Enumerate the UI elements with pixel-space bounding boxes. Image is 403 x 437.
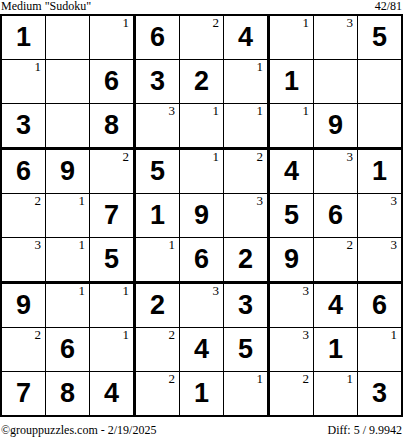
given-digit: 5 (238, 336, 253, 363)
cell-r1c1[interactable]: 1 (2, 16, 46, 60)
given-digit: 4 (104, 380, 119, 407)
cell-r2c7[interactable]: 1 (270, 60, 314, 104)
cell-r6c1[interactable]: 3 (2, 238, 46, 284)
cell-r5c4[interactable]: 1 (136, 194, 180, 238)
corner-mark: 1 (79, 194, 86, 208)
cell-r6c4[interactable]: 1 (136, 238, 180, 284)
corner-mark: 2 (213, 16, 220, 30)
cell-r3c2[interactable] (46, 104, 90, 150)
given-digit: 8 (104, 112, 119, 139)
cell-r4c6[interactable]: 2 (224, 150, 270, 194)
corner-mark: 1 (79, 238, 86, 252)
given-digit: 3 (372, 380, 387, 407)
cell-r9c9[interactable]: 3 (358, 372, 401, 415)
cell-r2c8[interactable] (314, 60, 358, 104)
corner-mark: 3 (213, 284, 220, 298)
cell-r9c3[interactable]: 4 (90, 372, 136, 415)
corner-mark: 1 (123, 284, 130, 298)
cell-r4c2[interactable]: 9 (46, 150, 90, 194)
corner-mark: 2 (169, 372, 176, 386)
sudoku-board: 1162413516321138311196925124312171935633… (0, 14, 403, 417)
cell-r5c6[interactable]: 3 (224, 194, 270, 238)
given-digit: 6 (328, 202, 343, 229)
cell-r8c7[interactable]: 3 (270, 328, 314, 372)
cell-r6c3[interactable]: 5 (90, 238, 136, 284)
given-digit: 3 (238, 292, 253, 319)
corner-mark: 3 (303, 284, 310, 298)
cell-r9c5[interactable]: 1 (180, 372, 224, 415)
cell-r4c5[interactable]: 1 (180, 150, 224, 194)
given-digit: 1 (328, 336, 343, 363)
cell-r5c9[interactable]: 3 (358, 194, 401, 238)
given-digit: 9 (16, 292, 31, 319)
corner-mark: 1 (123, 328, 130, 342)
given-digit: 1 (372, 158, 387, 185)
corner-mark: 3 (347, 16, 354, 30)
cell-r2c6[interactable]: 1 (224, 60, 270, 104)
given-digit: 3 (150, 68, 165, 95)
cell-r2c9[interactable] (358, 60, 401, 104)
cell-r5c2[interactable]: 1 (46, 194, 90, 238)
given-digit: 3 (16, 112, 31, 139)
cell-r1c8[interactable]: 3 (314, 16, 358, 60)
cell-r9c6[interactable]: 1 (224, 372, 270, 415)
corner-mark: 3 (303, 328, 310, 342)
corner-mark: 1 (79, 284, 86, 298)
cell-r8c6[interactable]: 5 (224, 328, 270, 372)
cell-r1c5[interactable]: 2 (180, 16, 224, 60)
given-digit: 9 (284, 246, 299, 273)
given-digit: 9 (60, 158, 75, 185)
corner-mark: 3 (391, 238, 398, 252)
corner-mark: 1 (347, 372, 354, 386)
difficulty-text: Diff: 5 / 9.9942 (328, 423, 402, 437)
corner-mark: 2 (123, 150, 130, 164)
cell-r1c4[interactable]: 6 (136, 16, 180, 60)
cell-r1c7[interactable]: 1 (270, 16, 314, 60)
given-digit: 9 (328, 112, 343, 139)
corner-mark: 2 (303, 372, 310, 386)
cell-r6c9[interactable]: 3 (358, 238, 401, 284)
given-digit: 5 (284, 202, 299, 229)
corner-mark: 1 (213, 104, 220, 118)
corner-mark: 1 (257, 104, 264, 118)
cell-r7c7[interactable]: 3 (270, 284, 314, 328)
given-digit: 6 (372, 292, 387, 319)
corner-mark: 3 (347, 150, 354, 164)
corner-mark: 1 (169, 238, 176, 252)
given-digit: 4 (284, 158, 299, 185)
cell-r4c9[interactable]: 1 (358, 150, 401, 194)
cell-r1c3[interactable]: 1 (90, 16, 136, 60)
cell-r4c1[interactable]: 6 (2, 150, 46, 194)
given-digit: 4 (238, 24, 253, 51)
corner-mark: 1 (213, 150, 220, 164)
cell-r5c8[interactable]: 6 (314, 194, 358, 238)
corner-mark: 1 (257, 372, 264, 386)
given-digit: 9 (194, 202, 209, 229)
cell-r3c4[interactable]: 3 (136, 104, 180, 150)
given-digit: 7 (104, 202, 119, 229)
cell-r8c2[interactable]: 6 (46, 328, 90, 372)
corner-mark: 1 (35, 60, 42, 74)
cell-r7c4[interactable]: 2 (136, 284, 180, 328)
cell-r3c3[interactable]: 8 (90, 104, 136, 150)
cell-r8c3[interactable]: 1 (90, 328, 136, 372)
corner-mark: 2 (35, 194, 42, 208)
given-digit: 5 (372, 24, 387, 51)
cell-r1c9[interactable]: 5 (358, 16, 401, 60)
cell-r6c6[interactable]: 2 (224, 238, 270, 284)
cell-r3c1[interactable]: 3 (2, 104, 46, 150)
cell-r4c3[interactable]: 2 (90, 150, 136, 194)
cell-r8c4[interactable]: 2 (136, 328, 180, 372)
given-digit: 4 (328, 292, 343, 319)
credit-text: ©grouppuzzles.com - 2/19/2025 (1, 423, 156, 437)
cell-r5c7[interactable]: 5 (270, 194, 314, 238)
corner-mark: 3 (257, 194, 264, 208)
cell-r3c5[interactable]: 1 (180, 104, 224, 150)
corner-mark: 3 (169, 104, 176, 118)
given-digit: 1 (150, 202, 165, 229)
cell-r2c1[interactable]: 1 (2, 60, 46, 104)
cell-r5c1[interactable]: 2 (2, 194, 46, 238)
given-digit: 7 (16, 380, 31, 407)
cell-r7c5[interactable]: 3 (180, 284, 224, 328)
cell-r1c2[interactable] (46, 16, 90, 60)
cell-r8c1[interactable]: 2 (2, 328, 46, 372)
cell-r3c7[interactable]: 1 (270, 104, 314, 150)
cell-r4c7[interactable]: 4 (270, 150, 314, 194)
given-digit: 1 (284, 68, 299, 95)
given-digit: 6 (194, 246, 209, 273)
page-header: Medium "Sudoku" 42/81 (0, 0, 403, 14)
given-digit: 1 (194, 380, 209, 407)
corner-mark: 1 (123, 16, 130, 30)
given-digit: 6 (60, 336, 75, 363)
cell-r3c8[interactable]: 9 (314, 104, 358, 150)
progress-counter: 42/81 (375, 0, 402, 13)
given-digit: 5 (104, 246, 119, 273)
given-digit: 6 (16, 158, 31, 185)
cell-r5c3[interactable]: 7 (90, 194, 136, 238)
corner-mark: 3 (35, 238, 42, 252)
cell-r5c5[interactable]: 9 (180, 194, 224, 238)
given-digit: 6 (104, 68, 119, 95)
cell-r3c6[interactable]: 1 (224, 104, 270, 150)
cell-r7c9[interactable]: 6 (358, 284, 401, 328)
given-digit: 1 (16, 24, 31, 51)
cell-r9c8[interactable]: 1 (314, 372, 358, 415)
cell-r8c9[interactable]: 1 (358, 328, 401, 372)
given-digit: 2 (194, 68, 209, 95)
given-digit: 8 (60, 380, 75, 407)
cell-r7c6[interactable]: 3 (224, 284, 270, 328)
cell-r7c8[interactable]: 4 (314, 284, 358, 328)
cell-r8c5[interactable]: 4 (180, 328, 224, 372)
given-digit: 2 (150, 292, 165, 319)
cell-r7c3[interactable]: 1 (90, 284, 136, 328)
page-footer: ©grouppuzzles.com - 2/19/2025 Diff: 5 / … (0, 417, 403, 437)
cell-r9c7[interactable]: 2 (270, 372, 314, 415)
cell-r6c5[interactable]: 6 (180, 238, 224, 284)
given-digit: 6 (150, 24, 165, 51)
cell-r3c9[interactable] (358, 104, 401, 150)
cell-r4c8[interactable]: 3 (314, 150, 358, 194)
puzzle-title: Medium "Sudoku" (1, 0, 91, 13)
cell-r6c2[interactable]: 1 (46, 238, 90, 284)
given-digit: 5 (150, 158, 165, 185)
given-digit: 2 (238, 246, 253, 273)
cell-r6c8[interactable]: 2 (314, 238, 358, 284)
corner-mark: 3 (391, 194, 398, 208)
corner-mark: 1 (257, 60, 264, 74)
corner-mark: 2 (35, 328, 42, 342)
corner-mark: 1 (303, 104, 310, 118)
corner-mark: 2 (169, 328, 176, 342)
cell-r7c2[interactable]: 1 (46, 284, 90, 328)
cell-r2c2[interactable] (46, 60, 90, 104)
cell-r9c1[interactable]: 7 (2, 372, 46, 415)
cell-r2c5[interactable]: 2 (180, 60, 224, 104)
cell-r6c7[interactable]: 9 (270, 238, 314, 284)
corner-mark: 2 (257, 150, 264, 164)
corner-mark: 2 (347, 238, 354, 252)
cell-r8c8[interactable]: 1 (314, 328, 358, 372)
corner-mark: 1 (391, 328, 398, 342)
cell-r4c4[interactable]: 5 (136, 150, 180, 194)
cell-r7c1[interactable]: 9 (2, 284, 46, 328)
cell-r9c4[interactable]: 2 (136, 372, 180, 415)
corner-mark: 1 (303, 16, 310, 30)
given-digit: 4 (194, 336, 209, 363)
cell-r2c4[interactable]: 3 (136, 60, 180, 104)
cell-r2c3[interactable]: 6 (90, 60, 136, 104)
cell-r9c2[interactable]: 8 (46, 372, 90, 415)
cell-r1c6[interactable]: 4 (224, 16, 270, 60)
